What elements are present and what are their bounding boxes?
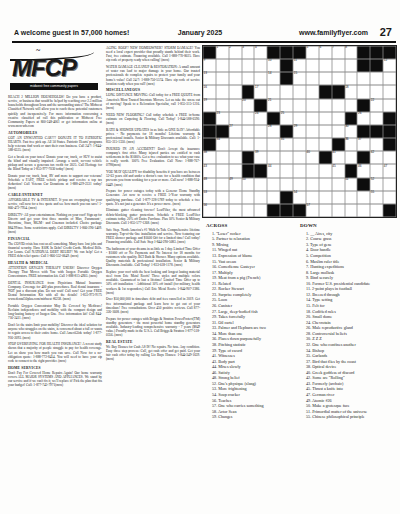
grid-cell[interactable]	[332, 99, 345, 112]
grid-cell[interactable]	[229, 151, 242, 164]
grid-cell[interactable]	[229, 191, 242, 204]
grid-cell[interactable]	[216, 178, 229, 191]
classified-ad: We Buy Houses for Cash AS IS! No repairs…	[106, 345, 200, 362]
section-heading: HOME SERVICES	[8, 366, 102, 370]
page-number: 27	[380, 26, 392, 38]
grid-cell[interactable]	[332, 72, 345, 85]
grid-cell[interactable]	[216, 151, 229, 164]
cell-number: 26	[358, 112, 361, 115]
cell-number: 37	[358, 138, 361, 141]
cell-number: 22	[371, 99, 374, 102]
grid-cell[interactable]: 48	[203, 178, 216, 191]
grid-cell[interactable]: 8	[345, 46, 358, 59]
grid-cell[interactable]	[306, 191, 319, 204]
cell-number: 15	[294, 72, 297, 75]
grid-cell-black	[357, 178, 370, 191]
cell-number: 19	[204, 99, 207, 102]
grid-cell[interactable]	[254, 178, 267, 191]
grid-cell[interactable]: 7	[332, 46, 345, 59]
cell-number: 2	[229, 46, 231, 49]
classified-ad: The bathroom of your dreams in as little…	[106, 247, 200, 268]
grid-cell-black	[383, 112, 396, 125]
classified-ad: AFFORDABLE TV & INTERNET. If you are ove…	[8, 198, 102, 210]
grid-cell[interactable]: 29	[293, 125, 306, 138]
classified-ad: Don't Pay For Covered Home Repairs Again…	[8, 371, 102, 388]
across-heading: ACROSS	[206, 223, 294, 230]
grid-cell-black	[319, 85, 332, 98]
grid-cell-black	[357, 59, 370, 72]
cell-number: 17	[255, 86, 258, 89]
grid-cell[interactable]	[280, 178, 293, 191]
grid-cell-black	[242, 164, 255, 177]
logo-tagline: midwest free community papers	[10, 83, 98, 90]
grid-cell[interactable]: 18	[345, 85, 358, 98]
grid-cell[interactable]: 39	[254, 151, 267, 164]
grid-cell-black	[357, 46, 370, 59]
cell-number: 23	[216, 112, 219, 115]
grid-cell[interactable]	[345, 99, 358, 112]
logo-wordmark: MFCP	[12, 54, 76, 82]
cell-number: 14	[268, 72, 271, 75]
cell-number: 43	[204, 165, 207, 168]
grid-cell[interactable]	[306, 164, 319, 177]
grid-cell[interactable]	[280, 85, 293, 98]
grid-cell[interactable]	[254, 72, 267, 85]
grid-cell[interactable]	[267, 85, 280, 98]
grid-cell-black	[357, 151, 370, 164]
classified-ad: AGING ROOF? NEW HOMEOWNER? STORM DAMAGE?…	[106, 46, 200, 63]
grid-cell[interactable]	[229, 164, 242, 177]
grid-cell[interactable]	[332, 112, 345, 125]
header-rule	[12, 41, 396, 43]
classified-ad: STOP OVERPAYING FOR HEALTH INSURANCE! A …	[8, 342, 102, 363]
cell-number: 5	[307, 46, 309, 49]
cell-number: 24	[255, 112, 258, 115]
cell-number: 34	[216, 138, 219, 141]
grid-cell[interactable]	[280, 99, 293, 112]
grid-cell[interactable]	[319, 125, 332, 138]
section-heading: CABLE/INTERNET	[8, 193, 102, 197]
grid-cell[interactable]	[370, 204, 383, 217]
grid-cell[interactable]	[306, 85, 319, 98]
grid-cell[interactable]: 20	[242, 99, 255, 112]
cell-number: 36	[345, 138, 348, 141]
grid-cell-black	[293, 204, 306, 217]
cell-number: 8	[345, 46, 347, 49]
grid-cell[interactable]	[332, 125, 345, 138]
grid-cell[interactable]: 22	[370, 99, 383, 112]
middle-column: AGING ROOF? NEW HOMEOWNER? STORM DAMAGE?…	[106, 46, 200, 364]
cell-number: 47	[384, 165, 387, 168]
grid-cell[interactable]: 15	[293, 72, 306, 85]
grid-cell[interactable]: 10	[267, 59, 280, 72]
grid-cell-black	[293, 46, 306, 59]
grid-cell[interactable]	[254, 191, 267, 204]
cell-number: 1	[216, 46, 218, 49]
grid-cell[interactable]: 21	[267, 99, 280, 112]
grid-cell[interactable]	[280, 151, 293, 164]
grid-cell-black	[280, 204, 293, 217]
grid-cell[interactable]	[293, 151, 306, 164]
grid-cell[interactable]: 27	[229, 125, 242, 138]
cell-number: 41	[332, 151, 335, 154]
grid-cell[interactable]	[383, 178, 396, 191]
mfcp-logo: ~ MFCP midwest free community papers	[8, 46, 100, 92]
grid-cell-black	[332, 138, 345, 151]
section-heading: MISCELLANEOUS	[106, 88, 200, 92]
cell-number: 50	[242, 178, 245, 181]
grid-cell[interactable]: 28	[267, 125, 280, 138]
grid-cell[interactable]: 16	[203, 85, 216, 98]
classified-ad: Donate your car, truck, boat, RV and mor…	[8, 174, 102, 191]
classified-ad: DIRECTV- All your entertainment. Nothing…	[8, 213, 102, 234]
grid-cell-black	[267, 112, 280, 125]
grid-cell[interactable]	[383, 85, 396, 98]
classified-ad: NEED NEW FLOORING? Call today schedule a…	[106, 113, 200, 125]
grid-cell-black	[383, 125, 396, 138]
grid-cell[interactable]	[216, 191, 229, 204]
grid-cell-black	[280, 59, 293, 72]
cell-number: 56	[204, 204, 207, 207]
grid-cell-black	[357, 125, 370, 138]
grid-cell[interactable]	[293, 178, 306, 191]
grid-cell-black	[332, 85, 345, 98]
grid-cell[interactable]: 56	[203, 204, 216, 217]
classified-ad: YOU MAY QUALIFY for disability benefits …	[106, 170, 200, 187]
grid-cell[interactable]: 44	[267, 164, 280, 177]
grid-cell[interactable]	[345, 204, 358, 217]
grid-cell[interactable]: 43	[203, 164, 216, 177]
grid-cell[interactable]	[319, 99, 332, 112]
grid-cell[interactable]	[254, 59, 267, 72]
grid-cell[interactable]	[357, 72, 370, 85]
grid-cell[interactable]	[267, 138, 280, 151]
section-heading: REAL ESTATE	[106, 340, 200, 344]
grid-cell[interactable]: 5	[306, 46, 319, 59]
across-clues: ACROSS 1. "Loser" rocker5. Partner to re…	[206, 223, 294, 420]
grid-cell[interactable]	[229, 138, 242, 151]
newspaper-page: A welcome guest in 57,000 homes! January…	[0, 0, 400, 514]
cell-number: 27	[229, 125, 232, 128]
cell-number: 45	[332, 165, 335, 168]
grid-cell[interactable]: 53	[203, 191, 216, 204]
header-date: January 2025	[150, 29, 250, 36]
classified-ad: The COVID crisis has cost us all somethi…	[8, 242, 102, 259]
cell-number: 3	[242, 46, 244, 49]
grid-cell[interactable]	[306, 125, 319, 138]
header-tagline: A welcome guest in 57,000 homes!	[14, 29, 129, 36]
grid-cell[interactable]	[370, 72, 383, 85]
grid-cell[interactable]: 57	[306, 204, 319, 217]
classified-ad: Safe Step. North America's #1 Walk-In Tu…	[106, 228, 200, 245]
grid-cell[interactable]: 14	[267, 72, 280, 85]
classified-ad: Don't let the stairs limit your mobility…	[8, 323, 102, 340]
cell-number: 12	[384, 59, 387, 62]
grid-cell[interactable]	[293, 99, 306, 112]
grid-cell[interactable]	[345, 151, 358, 164]
section-heading: FINANCIAL	[8, 237, 102, 241]
grid-cell[interactable]	[242, 204, 255, 217]
left-column: ~ MFCP midwest free community papers REA…	[8, 46, 102, 390]
page-header: A welcome guest in 57,000 homes! January…	[0, 27, 400, 41]
grid-cell[interactable]	[293, 164, 306, 177]
grid-cell[interactable]	[306, 59, 319, 72]
grid-cell[interactable]: 45	[332, 164, 345, 177]
section-heading: HEALTH & MEDICAL	[8, 261, 102, 265]
grid-cell[interactable]	[216, 204, 229, 217]
grid-cell[interactable]	[293, 85, 306, 98]
classified-ad: BATH & SHOWER UPDATES in as little as ON…	[106, 128, 200, 145]
cell-number: 39	[255, 151, 258, 154]
header-website: www.familyflyer.com	[299, 29, 368, 36]
grid-cell[interactable]	[332, 191, 345, 204]
classified-ad: Prepare for power outages today with a G…	[106, 189, 200, 206]
grid-cell-black	[280, 191, 293, 204]
grid-cell-black	[216, 125, 229, 138]
grid-cell-black	[383, 204, 396, 217]
classified-ad: Replace your roof with the best looking …	[106, 270, 200, 295]
grid-cell[interactable]	[306, 72, 319, 85]
cell-number: 35	[281, 138, 284, 141]
down-clues: DOWN 1. __ Aires, city2. Course grass3. …	[300, 223, 396, 420]
grid-cell[interactable]: 34	[216, 138, 229, 151]
grid-cell[interactable]	[332, 59, 345, 72]
cell-number: 21	[268, 99, 271, 102]
grid-cell[interactable]	[345, 59, 358, 72]
grid-cell[interactable]: 19	[203, 99, 216, 112]
grid-cell-black	[370, 59, 383, 72]
grid-cell[interactable]	[370, 138, 383, 151]
grid-cell[interactable]: 36	[345, 138, 358, 151]
grid-cell[interactable]	[267, 191, 280, 204]
grid-cell[interactable]: 26	[357, 112, 370, 125]
cell-number: 57	[307, 204, 310, 207]
clue-item: 55. Chinese philosophical principle	[306, 414, 396, 420]
cell-number: 13	[204, 72, 207, 75]
grid-cell[interactable]: 37	[357, 138, 370, 151]
grid-cell-black	[242, 151, 255, 164]
grid-cell[interactable]	[229, 204, 242, 217]
grid-cell-black	[280, 72, 293, 85]
cell-number: 4	[255, 46, 257, 49]
grid-cell[interactable]	[319, 164, 332, 177]
grid-cell[interactable]: 6	[319, 46, 332, 59]
grid-cell-black	[370, 46, 383, 59]
grid-cell-black	[280, 125, 293, 138]
cell-number: 10	[268, 59, 271, 62]
grid-cell[interactable]: 24	[254, 112, 267, 125]
cell-number: 18	[345, 86, 348, 89]
grid-cell-black	[254, 99, 267, 112]
grid-cell[interactable]	[229, 99, 242, 112]
grid-cell[interactable]: 35	[280, 138, 293, 151]
grid-cell[interactable]	[242, 59, 255, 72]
grid-cell[interactable]	[242, 125, 255, 138]
grid-cell[interactable]: 17	[254, 85, 267, 98]
classified-ad: REACH 2 MILLION HOUSEHOLDS! Do you have …	[8, 95, 102, 128]
grid-cell[interactable]	[383, 191, 396, 204]
grid-cell-black	[383, 46, 396, 59]
grid-cell[interactable]	[357, 191, 370, 204]
grid-cell-black	[319, 151, 332, 164]
cell-number: 38	[204, 151, 207, 154]
cell-number: 53	[204, 191, 207, 194]
cell-number: 44	[268, 165, 271, 168]
grid-cell[interactable]: 46	[357, 164, 370, 177]
grid-cell[interactable]	[267, 178, 280, 191]
grid-cell[interactable]	[242, 72, 255, 85]
grid-cell[interactable]	[242, 112, 255, 125]
grid-cell-black	[383, 138, 396, 151]
grid-cell[interactable]	[216, 85, 229, 98]
grid-cell[interactable]	[293, 112, 306, 125]
grid-cell[interactable]: 47	[383, 164, 396, 177]
cell-number: 51	[345, 178, 348, 181]
grid-cell[interactable]: 2	[229, 46, 242, 59]
grid-cell[interactable]: 41	[332, 151, 345, 164]
grid-cell[interactable]	[357, 85, 370, 98]
cell-number: 46	[358, 165, 361, 168]
grid-cell[interactable]: 52	[370, 178, 383, 191]
clue-item: 59. Changes	[212, 414, 294, 420]
grid-cell[interactable]	[254, 204, 267, 217]
grid-cell[interactable]: 49	[229, 178, 242, 191]
grid-cell-black	[203, 112, 216, 125]
cell-number: 9	[204, 59, 206, 62]
grid-cell[interactable]	[229, 85, 242, 98]
grid-cell[interactable]	[383, 99, 396, 112]
grid-cell[interactable]	[306, 138, 319, 151]
grid-cell[interactable]	[216, 72, 229, 85]
classified-ad: Prepare for power outages with Briggs & …	[106, 317, 200, 338]
grid-cell-black	[280, 46, 293, 59]
cell-number: 20	[242, 99, 245, 102]
grid-cell-black	[254, 164, 267, 177]
grid-cell[interactable]	[280, 164, 293, 177]
grid-cell[interactable]: 30	[345, 125, 358, 138]
grid-cell[interactable]	[216, 164, 229, 177]
grid-cell-black	[267, 46, 280, 59]
grid-cell[interactable]: 55	[370, 191, 383, 204]
grid-cell[interactable]	[242, 191, 255, 204]
across-list: 1. "Loser" rocker5. Partner to relaxatio…	[206, 231, 294, 420]
grid-cell[interactable]	[216, 59, 229, 72]
crossword-grid[interactable]: 1234567891011121314151617181920212223242…	[202, 45, 397, 218]
grid-cell-black	[203, 46, 216, 59]
grid-cell[interactable]	[216, 99, 229, 112]
grid-cell[interactable]	[370, 112, 383, 125]
grid-cell[interactable]: 50	[242, 178, 255, 191]
grid-cell-black	[370, 125, 383, 138]
classified-ad: INJURED IN AN ACCIDENT? Don't Accept the…	[106, 147, 200, 168]
cell-number: 54	[294, 191, 297, 194]
grid-cell[interactable]	[370, 85, 383, 98]
grid-cell[interactable]	[383, 72, 396, 85]
grid-cell[interactable]	[254, 125, 267, 138]
cell-number: 25	[281, 112, 284, 115]
cell-number: 52	[371, 178, 374, 181]
grid-cell[interactable]: 4	[254, 46, 267, 59]
cell-number: 28	[268, 125, 271, 128]
grid-cell[interactable]: 54	[293, 191, 306, 204]
grid-cell[interactable]: 3	[242, 46, 255, 59]
grid-cell[interactable]	[242, 138, 255, 151]
classified-ad: WATER DAMAGE CLEANUP & RESTORATION: A sm…	[106, 65, 200, 86]
grid-cell[interactable]	[319, 112, 332, 125]
grid-cell[interactable]: 51	[345, 178, 358, 191]
grid-cell[interactable]	[370, 164, 383, 177]
grid-cell[interactable]	[357, 204, 370, 217]
grid-cell-black	[203, 138, 216, 151]
section-heading: AUTOMOBILES	[8, 131, 102, 135]
grid-cell[interactable]	[319, 138, 332, 151]
cell-number: 7	[332, 46, 334, 49]
grid-cell-black	[345, 164, 358, 177]
grid-cell[interactable]: 42	[370, 151, 383, 164]
grid-cell[interactable]	[319, 191, 332, 204]
grid-cell[interactable]	[306, 178, 319, 191]
classified-ad: LONG DISTANCE MOVING: Call today for a F…	[106, 93, 200, 110]
grid-cell[interactable]	[319, 178, 332, 191]
grid-cell[interactable]	[345, 191, 358, 204]
grid-cell[interactable]: 13	[203, 72, 216, 85]
classified-ad: DENTAL INSURANCE from Physicians Mutual …	[8, 281, 102, 302]
grid-cell-black	[203, 125, 216, 138]
grid-cell[interactable]	[332, 178, 345, 191]
grid-cell[interactable]: 25	[280, 112, 293, 125]
grid-cell[interactable]: 40	[306, 151, 319, 164]
left-column-ads: REACH 2 MILLION HOUSEHOLDS! Do you have …	[8, 95, 102, 387]
cell-number: 29	[294, 125, 297, 128]
cell-number: 30	[345, 125, 348, 128]
grid-cell[interactable]	[229, 112, 242, 125]
grid-cell[interactable]: 38	[203, 151, 216, 164]
grid-cell[interactable]	[345, 72, 358, 85]
grid-cell[interactable]	[319, 72, 332, 85]
grid-cell[interactable]	[383, 151, 396, 164]
classified-ad: Eliminate gutter cleaning forever! LeafF…	[106, 208, 200, 225]
grid-cell[interactable]	[332, 204, 345, 217]
grid-cell[interactable]	[229, 59, 242, 72]
grid-cell[interactable]	[267, 151, 280, 164]
cell-number: 40	[307, 151, 310, 154]
grid-cell[interactable]	[229, 72, 242, 85]
down-list: 1. __ Aires, city2. Course grass3. Type …	[300, 231, 396, 420]
classified-ad: GOT AN UNWANTED CAR??? DONATE IT TO PATR…	[8, 136, 102, 153]
cell-number: 6	[319, 46, 321, 49]
cell-number: 48	[204, 178, 207, 181]
grid-cell[interactable]: 11	[293, 59, 306, 72]
grid-cell[interactable]	[319, 59, 332, 72]
grid-cell[interactable]	[306, 112, 319, 125]
grid-cell-black	[345, 112, 358, 125]
grid-cell[interactable]	[254, 138, 267, 151]
cell-number: 11	[294, 59, 297, 62]
grid-cell[interactable]: 12	[383, 59, 396, 72]
down-heading: DOWN	[300, 223, 396, 230]
grid-cell[interactable]	[306, 99, 319, 112]
grid-cell[interactable]: 23	[216, 112, 229, 125]
grid-cell-black	[242, 85, 255, 98]
grid-cell[interactable]: 1	[216, 46, 229, 59]
grid-cell[interactable]	[319, 204, 332, 217]
cell-number: 49	[229, 178, 232, 181]
middle-column-ads: AGING ROOF? NEW HOMEOWNER? STORM DAMAGE?…	[106, 46, 200, 361]
classified-ad: Get a break on your taxes! Donate your c…	[8, 155, 102, 172]
grid-cell[interactable]	[293, 138, 306, 151]
grid-cell[interactable]: 9	[203, 59, 216, 72]
classified-ad: Over $50,000,000 in timeshare debt and f…	[106, 297, 200, 314]
